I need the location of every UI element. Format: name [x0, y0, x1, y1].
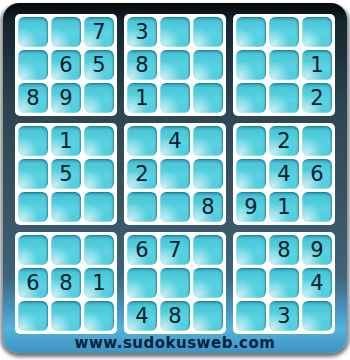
cell-r6c7[interactable]: 9 [236, 192, 266, 222]
cell-r6c6[interactable]: 8 [193, 192, 223, 222]
cell-r3c6[interactable] [193, 83, 223, 113]
cell-r7c6[interactable] [193, 235, 223, 265]
cell-r4c7[interactable] [236, 126, 266, 156]
cell-r4c6[interactable] [193, 126, 223, 156]
cell-r8c4[interactable] [127, 268, 157, 298]
cell-r3c9[interactable]: 2 [302, 83, 332, 113]
cell-r6c9[interactable] [302, 192, 332, 222]
cell-r6c1[interactable] [18, 192, 48, 222]
cell-r7c7[interactable] [236, 235, 266, 265]
cell-r9c5[interactable]: 8 [160, 301, 190, 331]
cell-r3c8[interactable] [269, 83, 299, 113]
cell-r7c5[interactable]: 7 [160, 235, 190, 265]
cell-r1c5[interactable] [160, 17, 190, 47]
cell-r6c4[interactable] [127, 192, 157, 222]
cell-r8c9[interactable]: 4 [302, 268, 332, 298]
cell-r6c3[interactable] [84, 192, 114, 222]
cell-r1c4[interactable]: 3 [127, 17, 157, 47]
cell-r5c1[interactable] [18, 159, 48, 189]
sudoku-board: 7658938112154282469168167488943 [15, 14, 335, 334]
cell-r2c9[interactable]: 1 [302, 50, 332, 80]
cell-r5c3[interactable] [84, 159, 114, 189]
cell-r6c5[interactable] [160, 192, 190, 222]
cell-r4c9[interactable] [302, 126, 332, 156]
cell-r9c7[interactable] [236, 301, 266, 331]
cell-r7c9[interactable]: 9 [302, 235, 332, 265]
cell-r1c1[interactable] [18, 17, 48, 47]
cell-r6c8[interactable]: 1 [269, 192, 299, 222]
cell-r4c3[interactable] [84, 126, 114, 156]
cell-r1c8[interactable] [269, 17, 299, 47]
cell-r4c2[interactable]: 1 [51, 126, 81, 156]
cell-r5c7[interactable] [236, 159, 266, 189]
cell-r2c8[interactable] [269, 50, 299, 80]
cell-r7c2[interactable] [51, 235, 81, 265]
cell-r9c3[interactable] [84, 301, 114, 331]
cell-r5c5[interactable] [160, 159, 190, 189]
box-1-2: 381 [124, 14, 226, 116]
site-url[interactable]: www.sudokusweb.com [75, 334, 276, 352]
cell-r2c3[interactable]: 5 [84, 50, 114, 80]
cell-r2c1[interactable] [18, 50, 48, 80]
cell-r1c2[interactable] [51, 17, 81, 47]
cell-r3c2[interactable]: 9 [51, 83, 81, 113]
cell-r9c9[interactable] [302, 301, 332, 331]
cell-r8c8[interactable] [269, 268, 299, 298]
cell-r7c3[interactable] [84, 235, 114, 265]
cell-r7c8[interactable]: 8 [269, 235, 299, 265]
cell-r1c7[interactable] [236, 17, 266, 47]
cell-r1c6[interactable] [193, 17, 223, 47]
cell-r8c5[interactable] [160, 268, 190, 298]
cell-r3c7[interactable] [236, 83, 266, 113]
cell-r5c2[interactable]: 5 [51, 159, 81, 189]
cell-r7c4[interactable]: 6 [127, 235, 157, 265]
cell-r8c2[interactable]: 8 [51, 268, 81, 298]
cell-r2c6[interactable] [193, 50, 223, 80]
cell-r6c2[interactable] [51, 192, 81, 222]
cell-r9c6[interactable] [193, 301, 223, 331]
cell-r9c2[interactable] [51, 301, 81, 331]
cell-r3c4[interactable]: 1 [127, 83, 157, 113]
cell-r8c3[interactable]: 1 [84, 268, 114, 298]
box-2-2: 428 [124, 123, 226, 225]
cell-r5c9[interactable]: 6 [302, 159, 332, 189]
cell-r8c7[interactable] [236, 268, 266, 298]
cell-r7c1[interactable] [18, 235, 48, 265]
cell-r3c5[interactable] [160, 83, 190, 113]
cell-r8c6[interactable] [193, 268, 223, 298]
cell-r9c4[interactable]: 4 [127, 301, 157, 331]
cell-r2c4[interactable]: 8 [127, 50, 157, 80]
box-3-1: 681 [15, 232, 117, 334]
cell-r2c5[interactable] [160, 50, 190, 80]
site-footer: www.sudokusweb.com [3, 333, 347, 353]
cell-r9c1[interactable] [18, 301, 48, 331]
board-frame: 7658938112154282469168167488943 www.sudo… [3, 3, 347, 353]
cell-r1c3[interactable]: 7 [84, 17, 114, 47]
box-1-3: 12 [233, 14, 335, 116]
box-2-3: 24691 [233, 123, 335, 225]
cell-r4c8[interactable]: 2 [269, 126, 299, 156]
cell-r2c2[interactable]: 6 [51, 50, 81, 80]
box-3-3: 8943 [233, 232, 335, 334]
box-2-1: 15 [15, 123, 117, 225]
cell-r3c3[interactable] [84, 83, 114, 113]
cell-r4c4[interactable] [127, 126, 157, 156]
cell-r4c1[interactable] [18, 126, 48, 156]
cell-r5c8[interactable]: 4 [269, 159, 299, 189]
cell-r1c9[interactable] [302, 17, 332, 47]
cell-r9c8[interactable]: 3 [269, 301, 299, 331]
cell-r4c5[interactable]: 4 [160, 126, 190, 156]
box-1-1: 76589 [15, 14, 117, 116]
cell-r2c7[interactable] [236, 50, 266, 80]
cell-r5c6[interactable] [193, 159, 223, 189]
cell-r8c1[interactable]: 6 [18, 268, 48, 298]
box-3-2: 6748 [124, 232, 226, 334]
cell-r5c4[interactable]: 2 [127, 159, 157, 189]
cell-r3c1[interactable]: 8 [18, 83, 48, 113]
